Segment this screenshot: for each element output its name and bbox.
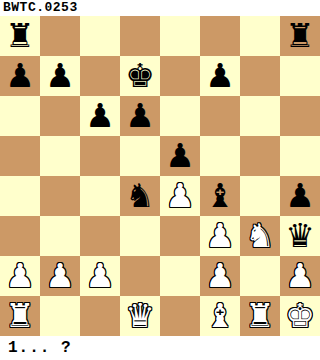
square-a8[interactable]: ♜ xyxy=(0,16,40,56)
square-a4[interactable] xyxy=(0,176,40,216)
square-g3[interactable]: ♞ xyxy=(240,216,280,256)
white-pawn-piece: ♟ xyxy=(200,256,240,296)
black-rook-piece: ♜ xyxy=(280,16,320,56)
square-c1[interactable] xyxy=(80,296,120,336)
black-pawn-piece: ♟ xyxy=(80,96,120,136)
square-h6[interactable] xyxy=(280,96,320,136)
square-c5[interactable] xyxy=(80,136,120,176)
white-pawn-piece: ♟ xyxy=(280,256,320,296)
square-d1[interactable]: ♛ xyxy=(120,296,160,336)
chess-board: ♜♜♟♟♚♟♟♟♟♞♟♝♟♟♞♛♟♟♟♟♟♜♛♝♜♚ xyxy=(0,16,320,336)
black-queen-piece: ♛ xyxy=(280,216,320,256)
square-a2[interactable]: ♟ xyxy=(0,256,40,296)
white-knight-piece: ♞ xyxy=(240,216,280,256)
square-d3[interactable] xyxy=(120,216,160,256)
square-e4[interactable]: ♟ xyxy=(160,176,200,216)
square-e1[interactable] xyxy=(160,296,200,336)
square-a7[interactable]: ♟ xyxy=(0,56,40,96)
square-c3[interactable] xyxy=(80,216,120,256)
black-pawn-piece: ♟ xyxy=(0,56,40,96)
black-knight-piece: ♞ xyxy=(120,176,160,216)
black-bishop-piece: ♝ xyxy=(200,176,240,216)
square-b8[interactable] xyxy=(40,16,80,56)
square-f1[interactable]: ♝ xyxy=(200,296,240,336)
square-d2[interactable] xyxy=(120,256,160,296)
square-f4[interactable]: ♝ xyxy=(200,176,240,216)
square-f7[interactable]: ♟ xyxy=(200,56,240,96)
square-d7[interactable]: ♚ xyxy=(120,56,160,96)
square-f8[interactable] xyxy=(200,16,240,56)
white-rook-piece: ♜ xyxy=(0,296,40,336)
square-a6[interactable] xyxy=(0,96,40,136)
square-b7[interactable]: ♟ xyxy=(40,56,80,96)
white-pawn-piece: ♟ xyxy=(160,176,200,216)
black-rook-piece: ♜ xyxy=(0,16,40,56)
square-g7[interactable] xyxy=(240,56,280,96)
square-f3[interactable]: ♟ xyxy=(200,216,240,256)
square-g6[interactable] xyxy=(240,96,280,136)
square-d6[interactable]: ♟ xyxy=(120,96,160,136)
white-pawn-piece: ♟ xyxy=(80,256,120,296)
square-h3[interactable]: ♛ xyxy=(280,216,320,256)
white-pawn-piece: ♟ xyxy=(40,256,80,296)
square-c7[interactable] xyxy=(80,56,120,96)
black-pawn-piece: ♟ xyxy=(200,56,240,96)
square-d5[interactable] xyxy=(120,136,160,176)
square-c8[interactable] xyxy=(80,16,120,56)
square-h8[interactable]: ♜ xyxy=(280,16,320,56)
square-e5[interactable]: ♟ xyxy=(160,136,200,176)
black-king-piece: ♚ xyxy=(120,56,160,96)
square-g1[interactable]: ♜ xyxy=(240,296,280,336)
square-h2[interactable]: ♟ xyxy=(280,256,320,296)
square-b2[interactable]: ♟ xyxy=(40,256,80,296)
square-f2[interactable]: ♟ xyxy=(200,256,240,296)
square-e3[interactable] xyxy=(160,216,200,256)
square-b6[interactable] xyxy=(40,96,80,136)
square-h7[interactable] xyxy=(280,56,320,96)
square-e8[interactable] xyxy=(160,16,200,56)
square-a3[interactable] xyxy=(0,216,40,256)
square-b3[interactable] xyxy=(40,216,80,256)
square-c4[interactable] xyxy=(80,176,120,216)
white-rook-piece: ♜ xyxy=(240,296,280,336)
square-d4[interactable]: ♞ xyxy=(120,176,160,216)
square-h1[interactable]: ♚ xyxy=(280,296,320,336)
square-d8[interactable] xyxy=(120,16,160,56)
square-h5[interactable] xyxy=(280,136,320,176)
square-a1[interactable]: ♜ xyxy=(0,296,40,336)
square-b5[interactable] xyxy=(40,136,80,176)
square-c2[interactable]: ♟ xyxy=(80,256,120,296)
white-pawn-piece: ♟ xyxy=(200,216,240,256)
chess-puzzle-app: BWTC.0253 ♜♜♟♟♚♟♟♟♟♞♟♝♟♟♞♛♟♟♟♟♟♜♛♝♜♚ 1..… xyxy=(0,0,320,360)
black-pawn-piece: ♟ xyxy=(40,56,80,96)
move-prompt: 1... ? xyxy=(0,336,320,360)
square-f6[interactable] xyxy=(200,96,240,136)
puzzle-title: BWTC.0253 xyxy=(0,0,320,16)
black-pawn-piece: ♟ xyxy=(120,96,160,136)
square-e7[interactable] xyxy=(160,56,200,96)
black-pawn-piece: ♟ xyxy=(280,176,320,216)
square-a5[interactable] xyxy=(0,136,40,176)
square-c6[interactable]: ♟ xyxy=(80,96,120,136)
white-bishop-piece: ♝ xyxy=(200,296,240,336)
square-g4[interactable] xyxy=(240,176,280,216)
square-h4[interactable]: ♟ xyxy=(280,176,320,216)
white-king-piece: ♚ xyxy=(280,296,320,336)
square-g8[interactable] xyxy=(240,16,280,56)
black-pawn-piece: ♟ xyxy=(160,136,200,176)
white-queen-piece: ♛ xyxy=(120,296,160,336)
square-f5[interactable] xyxy=(200,136,240,176)
square-g5[interactable] xyxy=(240,136,280,176)
square-b1[interactable] xyxy=(40,296,80,336)
white-pawn-piece: ♟ xyxy=(0,256,40,296)
square-e6[interactable] xyxy=(160,96,200,136)
square-e2[interactable] xyxy=(160,256,200,296)
square-g2[interactable] xyxy=(240,256,280,296)
square-b4[interactable] xyxy=(40,176,80,216)
